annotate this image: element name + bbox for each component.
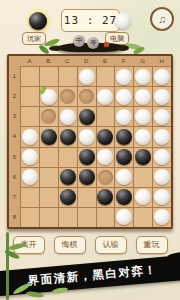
white-disc-A5 <box>22 149 38 165</box>
cell-C2[interactable] <box>58 86 77 106</box>
cell-H2[interactable] <box>152 86 171 106</box>
cell-B6[interactable] <box>39 167 58 187</box>
cell-E2[interactable] <box>96 86 115 106</box>
legal-move-hint-C2 <box>60 89 75 104</box>
cell-B8[interactable] <box>39 207 58 227</box>
cell-F1[interactable] <box>114 66 133 86</box>
white-disc-A6 <box>22 169 38 185</box>
black-disc-C6 <box>60 169 76 185</box>
cell-G7[interactable] <box>133 187 152 207</box>
white-disc-H5 <box>154 149 170 165</box>
action-button-row: 离开 悔棋 认输 重玩 <box>0 236 180 254</box>
white-disc-H1 <box>154 69 170 85</box>
row-label-6: 6 <box>9 167 20 187</box>
undo-move-button[interactable]: 悔棋 <box>54 236 86 254</box>
black-disc-D6 <box>79 169 95 185</box>
cell-C4[interactable] <box>58 126 77 146</box>
banner-text: 界面清新，黑白对弈！ <box>27 262 158 288</box>
cell-B5[interactable] <box>39 147 58 167</box>
music-icon[interactable]: ♫ <box>150 7 174 31</box>
difficulty-stone-1: 中 <box>73 35 85 47</box>
computer-white-stone <box>115 13 131 29</box>
white-disc-E2 <box>97 89 113 105</box>
cell-E7[interactable] <box>96 187 115 207</box>
cell-D8[interactable] <box>77 207 96 227</box>
difficulty-stone-2: 等 <box>87 37 99 49</box>
difficulty-indicator: 中 等 <box>57 35 123 53</box>
cell-D7[interactable] <box>77 187 96 207</box>
replay-button[interactable]: 重玩 <box>136 236 168 254</box>
col-label-E: E <box>96 56 115 66</box>
player-black-stone <box>29 12 47 30</box>
red-seal-decoration <box>104 42 110 48</box>
cell-G3[interactable] <box>133 106 152 126</box>
cell-G8[interactable] <box>133 207 152 227</box>
black-disc-E7 <box>97 189 113 205</box>
black-disc-F5 <box>116 149 132 165</box>
othello-board: ABCDEFGH12345678 <box>7 54 173 229</box>
row-label-3: 3 <box>9 106 20 126</box>
col-label-B: B <box>39 56 58 66</box>
cell-A1[interactable] <box>20 66 39 86</box>
cell-D1[interactable] <box>77 66 96 86</box>
cell-F2[interactable] <box>114 86 133 106</box>
player-label: 玩家 <box>22 32 46 45</box>
cell-G1[interactable] <box>133 66 152 86</box>
cell-E3[interactable] <box>96 106 115 126</box>
cell-C3[interactable] <box>58 106 77 126</box>
cell-H6[interactable] <box>152 167 171 187</box>
col-label-A: A <box>20 56 39 66</box>
cell-C7[interactable] <box>58 187 77 207</box>
cell-B1[interactable] <box>39 66 58 86</box>
cell-C6[interactable] <box>58 167 77 187</box>
row-label-1: 1 <box>9 66 20 86</box>
cell-E5[interactable] <box>96 147 115 167</box>
cell-D5[interactable] <box>77 147 96 167</box>
cell-G5[interactable] <box>133 147 152 167</box>
cell-D3[interactable] <box>77 106 96 126</box>
white-disc-D4 <box>79 129 95 145</box>
white-disc-A4 <box>22 129 38 145</box>
cell-A8[interactable] <box>20 207 39 227</box>
cell-H1[interactable] <box>152 66 171 86</box>
bamboo-stalk <box>6 232 9 300</box>
cell-F6[interactable] <box>114 167 133 187</box>
white-disc-G4 <box>135 129 151 145</box>
cell-G6[interactable] <box>133 167 152 187</box>
row-label-4: 4 <box>9 126 20 146</box>
black-disc-B4 <box>41 129 57 145</box>
cell-H4[interactable] <box>152 126 171 146</box>
board-corner <box>9 56 20 66</box>
cell-F3[interactable] <box>114 106 133 126</box>
cell-A6[interactable] <box>20 167 39 187</box>
cell-B7[interactable] <box>39 187 58 207</box>
game-timer: 13 : 27 <box>61 9 120 32</box>
cell-C1[interactable] <box>58 66 77 86</box>
cell-D2[interactable] <box>77 86 96 106</box>
cell-F5[interactable] <box>114 147 133 167</box>
cell-A3[interactable] <box>20 106 39 126</box>
col-label-G: G <box>133 56 152 66</box>
cell-C8[interactable] <box>58 207 77 227</box>
col-label-C: C <box>58 56 77 66</box>
black-disc-D5 <box>79 149 95 165</box>
row-label-8: 8 <box>9 207 20 227</box>
cell-E6[interactable] <box>96 167 115 187</box>
board-grid: ABCDEFGH12345678 <box>9 56 171 227</box>
game-screen: 玩家 13 : 27 电脑 ♫ 中 等 ABCDEFGH12345678 离开 … <box>0 0 180 300</box>
white-disc-C3 <box>60 109 76 125</box>
black-disc-F7 <box>116 189 132 205</box>
cell-E1[interactable] <box>96 66 115 86</box>
cell-F4[interactable] <box>114 126 133 146</box>
cell-D6[interactable] <box>77 167 96 187</box>
legal-move-hint-D2 <box>79 89 94 104</box>
white-disc-H8 <box>154 209 170 225</box>
white-disc-G3 <box>135 109 151 125</box>
white-disc-G7 <box>135 189 151 205</box>
cell-H7[interactable] <box>152 187 171 207</box>
black-disc-G5 <box>135 149 151 165</box>
black-disc-C7 <box>60 189 76 205</box>
col-label-F: F <box>114 56 133 66</box>
white-disc-F3 <box>116 109 132 125</box>
legal-move-hint-E6 <box>98 170 113 185</box>
cell-F8[interactable] <box>114 207 133 227</box>
row-label-5: 5 <box>9 147 20 167</box>
white-disc-F8 <box>116 209 132 225</box>
black-disc-C4 <box>60 129 76 145</box>
white-disc-H3 <box>154 109 170 125</box>
cell-F7[interactable] <box>114 187 133 207</box>
cell-E4[interactable] <box>96 126 115 146</box>
white-disc-D1 <box>79 69 95 85</box>
white-disc-G2 <box>135 89 151 105</box>
white-disc-H4 <box>154 129 170 145</box>
cell-A2[interactable] <box>20 86 39 106</box>
black-disc-E4 <box>97 129 113 145</box>
black-disc-F4 <box>116 129 132 145</box>
white-disc-E5 <box>97 149 113 165</box>
white-disc-F1 <box>116 69 132 85</box>
white-disc-F2 <box>116 89 132 105</box>
cell-H8[interactable] <box>152 207 171 227</box>
cell-A7[interactable] <box>20 187 39 207</box>
cell-A4[interactable] <box>20 126 39 146</box>
cell-E8[interactable] <box>96 207 115 227</box>
cell-A5[interactable] <box>20 147 39 167</box>
white-disc-H2 <box>154 89 170 105</box>
col-label-D: D <box>77 56 96 66</box>
promo-banner: 界面清新，黑白对弈！ <box>0 254 180 297</box>
white-disc-H7 <box>154 189 170 205</box>
white-disc-H6 <box>154 169 170 185</box>
cell-H3[interactable] <box>152 106 171 126</box>
cell-D4[interactable] <box>77 126 96 146</box>
cell-B4[interactable] <box>39 126 58 146</box>
cell-H5[interactable] <box>152 147 171 167</box>
col-label-H: H <box>152 56 171 66</box>
row-label-7: 7 <box>9 187 20 207</box>
cell-B3[interactable] <box>39 106 58 126</box>
cell-G2[interactable] <box>133 86 152 106</box>
cell-G4[interactable] <box>133 126 152 146</box>
legal-move-hint-B3 <box>41 109 56 124</box>
white-disc-F6 <box>116 169 132 185</box>
resign-button[interactable]: 认输 <box>95 236 127 254</box>
white-disc-G1 <box>135 69 151 85</box>
black-disc-D3 <box>79 109 95 125</box>
cell-C5[interactable] <box>58 147 77 167</box>
cell-B2[interactable] <box>39 86 58 106</box>
row-label-2: 2 <box>9 86 20 106</box>
